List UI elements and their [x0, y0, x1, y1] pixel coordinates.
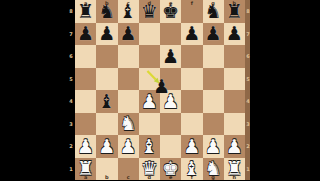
- coord-label-8: 8: [245, 0, 251, 23]
- square-a5[interactable]: [75, 68, 96, 91]
- square-a3[interactable]: [75, 113, 96, 136]
- file-labels-bottom: abcdefgh: [75, 174, 245, 180]
- white-pawn-h2[interactable]: ♟: [224, 135, 245, 158]
- square-d6[interactable]: [139, 45, 160, 68]
- black-pawn-b7[interactable]: ♟: [96, 23, 117, 46]
- square-d7[interactable]: [139, 23, 160, 46]
- square-a2[interactable]: ♟: [75, 135, 96, 158]
- coord-label-2: 2: [68, 135, 74, 158]
- rank-labels-right: 87654321: [245, 0, 251, 180]
- square-e6[interactable]: ♟: [160, 45, 181, 68]
- coord-label-7: 7: [245, 23, 251, 46]
- square-a7[interactable]: ♟: [75, 23, 96, 46]
- coord-label-6: 6: [68, 45, 74, 68]
- square-g3[interactable]: [203, 113, 224, 136]
- square-f7[interactable]: ♟: [181, 23, 202, 46]
- square-h3[interactable]: [224, 113, 245, 136]
- coord-label-a: a: [75, 174, 96, 180]
- square-f4[interactable]: [181, 90, 202, 113]
- square-e2[interactable]: [160, 135, 181, 158]
- white-pawn-f2[interactable]: ♟: [181, 135, 202, 158]
- square-f2[interactable]: ♟: [181, 135, 202, 158]
- white-pawn-b2[interactable]: ♟: [96, 135, 117, 158]
- coord-label-h: h: [224, 0, 245, 6]
- square-c3[interactable]: ♞: [118, 113, 139, 136]
- coord-label-e: e: [160, 0, 181, 6]
- coord-label-c: c: [118, 174, 139, 180]
- white-pawn-g2[interactable]: ♟: [203, 135, 224, 158]
- square-h7[interactable]: ♟: [224, 23, 245, 46]
- coord-label-f: f: [181, 174, 202, 180]
- square-h2[interactable]: ♟: [224, 135, 245, 158]
- coord-label-f: f: [181, 0, 202, 6]
- coord-label-d: d: [139, 174, 160, 180]
- square-d3[interactable]: [139, 113, 160, 136]
- coord-label-3: 3: [245, 113, 251, 136]
- square-g2[interactable]: ♟: [203, 135, 224, 158]
- square-g4[interactable]: [203, 90, 224, 113]
- white-knight-c3[interactable]: ♞: [118, 113, 139, 136]
- square-c2[interactable]: ♟: [118, 135, 139, 158]
- square-h6[interactable]: [224, 45, 245, 68]
- square-f5[interactable]: [181, 68, 202, 91]
- black-pawn-c7[interactable]: ♟: [118, 23, 139, 46]
- moving-black-pawn[interactable]: ♟: [151, 76, 172, 99]
- white-bishop-d2[interactable]: ♝: [139, 135, 160, 158]
- black-pawn-a7[interactable]: ♟: [75, 23, 96, 46]
- square-e3[interactable]: [160, 113, 181, 136]
- coord-label-4: 4: [68, 90, 74, 113]
- coord-label-4: 4: [245, 90, 251, 113]
- black-pawn-f7[interactable]: ♟: [181, 23, 202, 46]
- square-g5[interactable]: [203, 68, 224, 91]
- coord-label-1: 1: [68, 158, 74, 181]
- coord-label-1: 1: [245, 158, 251, 181]
- coord-label-3: 3: [68, 113, 74, 136]
- coord-label-c: c: [118, 0, 139, 6]
- square-c6[interactable]: [118, 45, 139, 68]
- square-b3[interactable]: [96, 113, 117, 136]
- coord-label-b: b: [96, 0, 117, 6]
- coord-label-g: g: [203, 0, 224, 6]
- square-b2[interactable]: ♟: [96, 135, 117, 158]
- coord-label-h: h: [224, 174, 245, 180]
- square-c7[interactable]: ♟: [118, 23, 139, 46]
- white-pawn-c2[interactable]: ♟: [118, 135, 139, 158]
- coord-label-b: b: [96, 174, 117, 180]
- video-frame: ♜♞♝♛♚♞♜♟♟♟♟♟♟♟♝♟♟♞♟♟♟♝♟♟♟♜♛♚♝♞♜ abcdefgh…: [0, 0, 320, 180]
- coord-label-6: 6: [245, 45, 251, 68]
- square-g7[interactable]: ♟: [203, 23, 224, 46]
- square-d2[interactable]: ♝: [139, 135, 160, 158]
- coord-label-d: d: [139, 0, 160, 6]
- square-c5[interactable]: [118, 68, 139, 91]
- black-pawn-h7[interactable]: ♟: [224, 23, 245, 46]
- coord-label-7: 7: [68, 23, 74, 46]
- square-f6[interactable]: [181, 45, 202, 68]
- black-bishop-b4[interactable]: ♝: [96, 90, 117, 113]
- square-h4[interactable]: [224, 90, 245, 113]
- square-g6[interactable]: [203, 45, 224, 68]
- coord-label-5: 5: [68, 68, 74, 91]
- square-b7[interactable]: ♟: [96, 23, 117, 46]
- square-a6[interactable]: [75, 45, 96, 68]
- square-h5[interactable]: [224, 68, 245, 91]
- coord-label-e: e: [160, 174, 181, 180]
- file-labels-top: abcdefgh: [75, 0, 245, 6]
- square-e7[interactable]: [160, 23, 181, 46]
- square-a4[interactable]: [75, 90, 96, 113]
- coord-label-8: 8: [68, 0, 74, 23]
- rank-labels-left: 87654321: [68, 0, 74, 180]
- black-pawn-e6[interactable]: ♟: [160, 45, 181, 68]
- coord-label-5: 5: [245, 68, 251, 91]
- coord-label-2: 2: [245, 135, 251, 158]
- square-c4[interactable]: [118, 90, 139, 113]
- white-pawn-a2[interactable]: ♟: [75, 135, 96, 158]
- square-b4[interactable]: ♝: [96, 90, 117, 113]
- coord-label-a: a: [75, 0, 96, 6]
- black-pawn-g7[interactable]: ♟: [203, 23, 224, 46]
- square-b5[interactable]: [96, 68, 117, 91]
- coord-label-g: g: [203, 174, 224, 180]
- square-b6[interactable]: [96, 45, 117, 68]
- square-f3[interactable]: [181, 113, 202, 136]
